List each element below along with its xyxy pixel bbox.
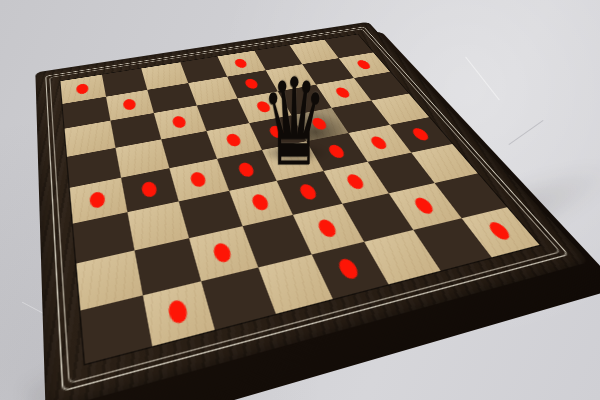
floor-scratch [509, 120, 544, 145]
move-dot-c6 [171, 115, 187, 129]
move-dot-h4 [410, 127, 431, 141]
move-dot-d5 [225, 133, 243, 148]
photo-scene: ♛ [0, 0, 600, 400]
move-dot-h7 [355, 60, 372, 71]
move-dot-e2 [316, 218, 339, 238]
move-dot-b1 [166, 299, 188, 326]
move-dot-e1 [336, 257, 361, 280]
move-dot-f4 [326, 144, 346, 159]
black-queen[interactable]: ♛ [261, 63, 323, 183]
move-dot-g4 [369, 135, 390, 150]
move-dot-b4 [140, 180, 158, 198]
move-dot-e8 [233, 58, 248, 68]
move-dot-a8 [76, 83, 89, 95]
move-dot-b7 [122, 98, 137, 111]
move-dot-c2 [212, 241, 234, 263]
move-dot-d3 [250, 193, 271, 212]
move-dot-f3 [344, 173, 366, 190]
floor-scratch [465, 57, 500, 101]
move-dot-d4 [236, 161, 255, 178]
move-dot-c4 [189, 171, 207, 188]
move-dot-g2 [412, 196, 436, 215]
move-dot-e7 [244, 78, 260, 90]
move-dot-h1 [486, 221, 513, 242]
move-dot-g6 [334, 86, 352, 98]
move-dot-a4 [89, 190, 106, 208]
